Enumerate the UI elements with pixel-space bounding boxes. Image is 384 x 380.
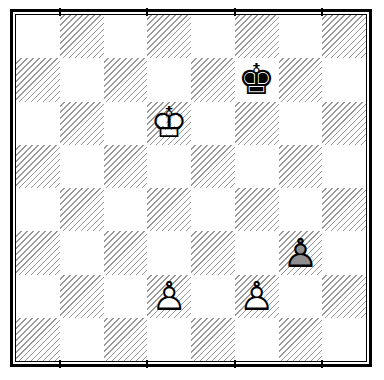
square-a8[interactable] bbox=[16, 15, 60, 58]
square-b3[interactable] bbox=[60, 231, 104, 274]
square-a5[interactable] bbox=[16, 145, 60, 188]
square-c1[interactable] bbox=[104, 318, 148, 361]
square-c8[interactable] bbox=[104, 15, 148, 58]
square-h1[interactable] bbox=[322, 318, 366, 361]
square-a7[interactable] bbox=[16, 58, 60, 101]
square-b5[interactable] bbox=[60, 145, 104, 188]
square-f3[interactable] bbox=[235, 231, 279, 274]
square-d6[interactable]: ♚♔ bbox=[147, 102, 191, 145]
square-g5[interactable] bbox=[279, 145, 323, 188]
square-c7[interactable] bbox=[104, 58, 148, 101]
border-tick bbox=[321, 360, 323, 368]
square-h5[interactable] bbox=[322, 145, 366, 188]
square-d8[interactable] bbox=[147, 15, 191, 58]
square-b7[interactable] bbox=[60, 58, 104, 101]
border-tick bbox=[321, 8, 323, 16]
square-b1[interactable] bbox=[60, 318, 104, 361]
border-tick bbox=[146, 8, 148, 16]
square-g6[interactable] bbox=[279, 102, 323, 145]
square-b8[interactable] bbox=[60, 15, 104, 58]
square-d3[interactable] bbox=[147, 231, 191, 274]
square-e7[interactable] bbox=[191, 58, 235, 101]
square-e3[interactable] bbox=[191, 231, 235, 274]
chess-board: ♚♚♔♟♙♟♙♟♙ bbox=[16, 15, 366, 361]
pawn-outline-glyph: ♙ bbox=[279, 231, 323, 274]
board-frame: ♚♚♔♟♙♟♙♟♙ bbox=[10, 9, 372, 367]
square-a4[interactable] bbox=[16, 188, 60, 231]
piece-black-pawn[interactable]: ♟♙ bbox=[279, 231, 323, 274]
pawn-outline-glyph: ♙ bbox=[235, 275, 279, 318]
piece-white-pawn[interactable]: ♟♙ bbox=[147, 275, 191, 318]
square-f8[interactable] bbox=[235, 15, 279, 58]
piece-black-king[interactable]: ♚ bbox=[235, 58, 279, 101]
square-e2[interactable] bbox=[191, 275, 235, 318]
square-e8[interactable] bbox=[191, 15, 235, 58]
pawn-outline-glyph: ♙ bbox=[147, 275, 191, 318]
square-e5[interactable] bbox=[191, 145, 235, 188]
border-tick bbox=[234, 360, 236, 368]
square-g8[interactable] bbox=[279, 15, 323, 58]
square-f1[interactable] bbox=[235, 318, 279, 361]
page: ♚♚♔♟♙♟♙♟♙ bbox=[0, 0, 384, 380]
square-b4[interactable] bbox=[60, 188, 104, 231]
square-f5[interactable] bbox=[235, 145, 279, 188]
square-g3[interactable]: ♟♙ bbox=[279, 231, 323, 274]
square-f4[interactable] bbox=[235, 188, 279, 231]
board-inner-border: ♚♚♔♟♙♟♙♟♙ bbox=[15, 14, 367, 362]
square-h8[interactable] bbox=[322, 15, 366, 58]
square-c4[interactable] bbox=[104, 188, 148, 231]
piece-white-pawn[interactable]: ♟♙ bbox=[235, 275, 279, 318]
square-d5[interactable] bbox=[147, 145, 191, 188]
square-g7[interactable] bbox=[279, 58, 323, 101]
square-a1[interactable] bbox=[16, 318, 60, 361]
square-h6[interactable] bbox=[322, 102, 366, 145]
border-tick bbox=[146, 360, 148, 368]
border-tick bbox=[59, 8, 61, 16]
square-c2[interactable] bbox=[104, 275, 148, 318]
square-a3[interactable] bbox=[16, 231, 60, 274]
square-h2[interactable] bbox=[322, 275, 366, 318]
square-c5[interactable] bbox=[104, 145, 148, 188]
square-f2[interactable]: ♟♙ bbox=[235, 275, 279, 318]
square-h7[interactable] bbox=[322, 58, 366, 101]
square-b2[interactable] bbox=[60, 275, 104, 318]
square-d2[interactable]: ♟♙ bbox=[147, 275, 191, 318]
square-f6[interactable] bbox=[235, 102, 279, 145]
square-g2[interactable] bbox=[279, 275, 323, 318]
square-h4[interactable] bbox=[322, 188, 366, 231]
border-tick bbox=[234, 8, 236, 16]
square-g1[interactable] bbox=[279, 318, 323, 361]
square-b6[interactable] bbox=[60, 102, 104, 145]
square-g4[interactable] bbox=[279, 188, 323, 231]
square-a2[interactable] bbox=[16, 275, 60, 318]
king-fill-glyph: ♚ bbox=[235, 58, 279, 101]
border-tick bbox=[59, 360, 61, 368]
square-h3[interactable] bbox=[322, 231, 366, 274]
king-outline-glyph: ♔ bbox=[147, 102, 191, 145]
piece-white-king[interactable]: ♚♔ bbox=[147, 102, 191, 145]
square-d4[interactable] bbox=[147, 188, 191, 231]
square-f7[interactable]: ♚ bbox=[235, 58, 279, 101]
square-e1[interactable] bbox=[191, 318, 235, 361]
square-c6[interactable] bbox=[104, 102, 148, 145]
square-c3[interactable] bbox=[104, 231, 148, 274]
square-d1[interactable] bbox=[147, 318, 191, 361]
square-e4[interactable] bbox=[191, 188, 235, 231]
square-d7[interactable] bbox=[147, 58, 191, 101]
square-e6[interactable] bbox=[191, 102, 235, 145]
square-a6[interactable] bbox=[16, 102, 60, 145]
